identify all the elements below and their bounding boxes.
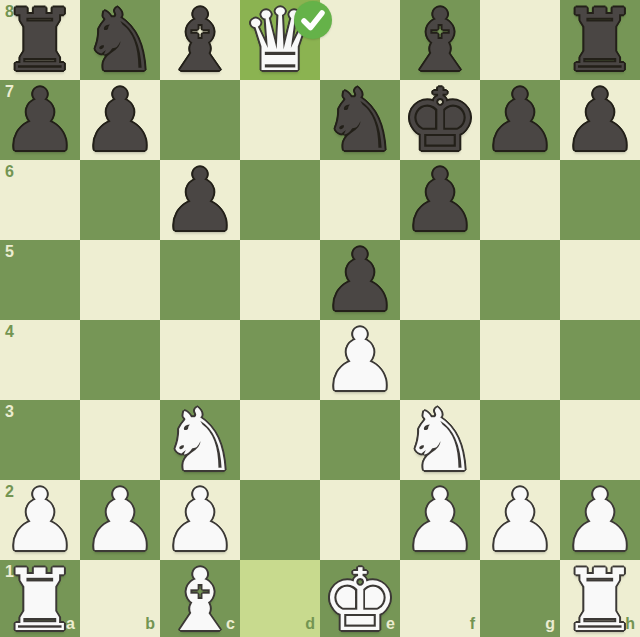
square-h5[interactable]	[560, 240, 640, 320]
rank-label-8: 8	[5, 4, 14, 20]
square-f8[interactable]: ♝	[400, 0, 480, 80]
piece-white-knight[interactable]: ♞	[401, 400, 478, 480]
square-b1[interactable]: b	[80, 560, 160, 637]
square-g6[interactable]	[480, 160, 560, 240]
square-f6[interactable]: ♟	[400, 160, 480, 240]
square-b7[interactable]: ♟	[80, 80, 160, 160]
square-b5[interactable]	[80, 240, 160, 320]
square-b6[interactable]	[80, 160, 160, 240]
piece-black-king[interactable]: ♚	[401, 80, 478, 160]
square-f5[interactable]	[400, 240, 480, 320]
file-label-f: f	[470, 616, 475, 632]
piece-black-pawn[interactable]: ♟	[561, 80, 638, 160]
square-g1[interactable]: g	[480, 560, 560, 637]
square-e4[interactable]: ♟	[320, 320, 400, 400]
square-a7[interactable]: 7♟	[0, 80, 80, 160]
square-d3[interactable]	[240, 400, 320, 480]
square-d8[interactable]: ♛	[240, 0, 320, 80]
square-e7[interactable]: ♞	[320, 80, 400, 160]
square-h7[interactable]: ♟	[560, 80, 640, 160]
rank-label-4: 4	[5, 324, 14, 340]
square-g8[interactable]	[480, 0, 560, 80]
square-g5[interactable]	[480, 240, 560, 320]
piece-white-pawn[interactable]: ♟	[561, 480, 638, 560]
piece-white-pawn[interactable]: ♟	[481, 480, 558, 560]
piece-white-pawn[interactable]: ♟	[81, 480, 158, 560]
square-b4[interactable]	[80, 320, 160, 400]
square-c6[interactable]: ♟	[160, 160, 240, 240]
file-label-a: a	[66, 616, 75, 632]
file-label-c: c	[226, 616, 235, 632]
rank-label-6: 6	[5, 164, 14, 180]
file-label-e: e	[386, 616, 395, 632]
square-c8[interactable]: ♝	[160, 0, 240, 80]
chess-board: 8♜♞♝♛♝♜7♟♟♞♚♟♟6♟♟5♟4♟3♞♞2♟♟♟♟♟♟1a♜bc♝de♚…	[0, 0, 640, 637]
piece-white-pawn[interactable]: ♟	[321, 320, 398, 400]
square-e3[interactable]	[320, 400, 400, 480]
square-a3[interactable]: 3	[0, 400, 80, 480]
square-a2[interactable]: 2♟	[0, 480, 80, 560]
chess-app-viewport: 8♜♞♝♛♝♜7♟♟♞♚♟♟6♟♟5♟4♟3♞♞2♟♟♟♟♟♟1a♜bc♝de♚…	[0, 0, 640, 637]
square-a4[interactable]: 4	[0, 320, 80, 400]
piece-black-bishop[interactable]: ♝	[401, 0, 478, 80]
piece-black-pawn[interactable]: ♟	[481, 80, 558, 160]
square-b2[interactable]: ♟	[80, 480, 160, 560]
file-label-d: d	[305, 616, 315, 632]
piece-black-knight[interactable]: ♞	[81, 0, 158, 80]
rank-label-2: 2	[5, 484, 14, 500]
square-a8[interactable]: 8♜	[0, 0, 80, 80]
piece-white-knight[interactable]: ♞	[161, 400, 238, 480]
rank-label-1: 1	[5, 564, 14, 580]
square-h2[interactable]: ♟	[560, 480, 640, 560]
square-b3[interactable]	[80, 400, 160, 480]
square-f3[interactable]: ♞	[400, 400, 480, 480]
square-d2[interactable]	[240, 480, 320, 560]
square-h1[interactable]: h♜	[560, 560, 640, 637]
square-a5[interactable]: 5	[0, 240, 80, 320]
file-label-b: b	[145, 616, 155, 632]
square-g7[interactable]: ♟	[480, 80, 560, 160]
file-label-h: h	[625, 616, 635, 632]
square-e1[interactable]: e♚	[320, 560, 400, 637]
square-e5[interactable]: ♟	[320, 240, 400, 320]
file-label-g: g	[545, 616, 555, 632]
correct-move-checkmark-icon	[294, 1, 332, 39]
square-b8[interactable]: ♞	[80, 0, 160, 80]
piece-white-pawn[interactable]: ♟	[401, 480, 478, 560]
square-d6[interactable]	[240, 160, 320, 240]
square-f7[interactable]: ♚	[400, 80, 480, 160]
rank-label-5: 5	[5, 244, 14, 260]
square-h6[interactable]	[560, 160, 640, 240]
square-e8[interactable]	[320, 0, 400, 80]
square-e6[interactable]	[320, 160, 400, 240]
square-g2[interactable]: ♟	[480, 480, 560, 560]
square-f1[interactable]: f	[400, 560, 480, 637]
square-f2[interactable]: ♟	[400, 480, 480, 560]
piece-black-bishop[interactable]: ♝	[161, 0, 238, 80]
square-c7[interactable]	[160, 80, 240, 160]
square-a1[interactable]: 1a♜	[0, 560, 80, 637]
square-g3[interactable]	[480, 400, 560, 480]
piece-black-pawn[interactable]: ♟	[321, 240, 398, 320]
square-e2[interactable]	[320, 480, 400, 560]
square-d4[interactable]	[240, 320, 320, 400]
square-h3[interactable]	[560, 400, 640, 480]
square-h4[interactable]	[560, 320, 640, 400]
piece-black-pawn[interactable]: ♟	[401, 160, 478, 240]
square-c2[interactable]: ♟	[160, 480, 240, 560]
piece-black-rook[interactable]: ♜	[561, 0, 638, 80]
piece-black-pawn[interactable]: ♟	[161, 160, 238, 240]
square-d7[interactable]	[240, 80, 320, 160]
square-c5[interactable]	[160, 240, 240, 320]
square-f4[interactable]	[400, 320, 480, 400]
rank-label-3: 3	[5, 404, 14, 420]
square-d1[interactable]: d	[240, 560, 320, 637]
square-c3[interactable]: ♞	[160, 400, 240, 480]
rank-label-7: 7	[5, 84, 14, 100]
piece-white-pawn[interactable]: ♟	[161, 480, 238, 560]
piece-black-knight[interactable]: ♞	[321, 80, 398, 160]
square-a6[interactable]: 6	[0, 160, 80, 240]
square-h8[interactable]: ♜	[560, 0, 640, 80]
square-c1[interactable]: c♝	[160, 560, 240, 637]
square-g4[interactable]	[480, 320, 560, 400]
piece-black-pawn[interactable]: ♟	[81, 80, 158, 160]
square-d5[interactable]	[240, 240, 320, 320]
square-c4[interactable]	[160, 320, 240, 400]
